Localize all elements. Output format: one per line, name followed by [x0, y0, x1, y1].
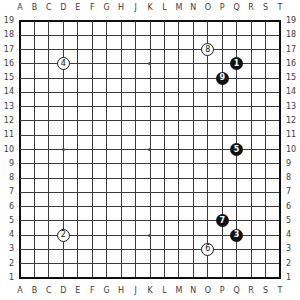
intersection-B8[interactable] — [27, 171, 41, 185]
intersection-L17[interactable] — [157, 42, 171, 56]
intersection-A5[interactable] — [13, 214, 27, 228]
intersection-O1[interactable] — [201, 271, 215, 285]
intersection-A15[interactable] — [13, 71, 27, 85]
intersection-O4[interactable] — [201, 228, 215, 242]
intersection-A9[interactable] — [13, 157, 27, 171]
intersection-K15[interactable] — [143, 71, 157, 85]
intersection-L15[interactable] — [157, 71, 171, 85]
intersection-M13[interactable] — [172, 100, 186, 114]
intersection-N2[interactable] — [186, 257, 200, 271]
intersection-R13[interactable] — [244, 100, 258, 114]
intersection-E18[interactable] — [71, 28, 85, 42]
intersection-O11[interactable] — [201, 128, 215, 142]
intersection-E9[interactable] — [71, 157, 85, 171]
intersection-F2[interactable] — [85, 257, 99, 271]
intersection-G10[interactable] — [99, 142, 113, 156]
intersection-T14[interactable] — [273, 85, 287, 99]
intersection-B17[interactable] — [27, 42, 41, 56]
intersection-E8[interactable] — [71, 171, 85, 185]
intersection-C15[interactable] — [42, 71, 56, 85]
intersection-K10[interactable] — [143, 142, 157, 156]
intersection-J6[interactable] — [128, 200, 142, 214]
intersection-T4[interactable] — [273, 228, 287, 242]
intersection-L16[interactable] — [157, 57, 171, 71]
intersection-C4[interactable] — [42, 228, 56, 242]
intersection-C6[interactable] — [42, 200, 56, 214]
intersection-K16[interactable] — [143, 57, 157, 71]
intersection-M15[interactable] — [172, 71, 186, 85]
intersection-C16[interactable] — [42, 57, 56, 71]
intersection-D3[interactable] — [56, 242, 70, 256]
intersection-N9[interactable] — [186, 157, 200, 171]
intersection-N12[interactable] — [186, 114, 200, 128]
intersection-K12[interactable] — [143, 114, 157, 128]
intersection-G2[interactable] — [99, 257, 113, 271]
intersection-J12[interactable] — [128, 114, 142, 128]
intersection-C5[interactable] — [42, 214, 56, 228]
intersection-G18[interactable] — [99, 28, 113, 42]
intersection-G5[interactable] — [99, 214, 113, 228]
intersection-G9[interactable] — [99, 157, 113, 171]
intersection-B5[interactable] — [27, 214, 41, 228]
intersection-N18[interactable] — [186, 28, 200, 42]
intersection-O6[interactable] — [201, 200, 215, 214]
intersection-E12[interactable] — [71, 114, 85, 128]
intersection-R6[interactable] — [244, 200, 258, 214]
intersection-F5[interactable] — [85, 214, 99, 228]
intersection-H7[interactable] — [114, 185, 128, 199]
intersection-A6[interactable] — [13, 200, 27, 214]
intersection-H15[interactable] — [114, 71, 128, 85]
intersection-E16[interactable] — [71, 57, 85, 71]
intersection-K14[interactable] — [143, 85, 157, 99]
intersection-Q9[interactable] — [229, 157, 243, 171]
intersection-H1[interactable] — [114, 271, 128, 285]
intersection-R15[interactable] — [244, 71, 258, 85]
intersection-K5[interactable] — [143, 214, 157, 228]
intersection-H17[interactable] — [114, 42, 128, 56]
intersection-R9[interactable] — [244, 157, 258, 171]
intersection-D1[interactable] — [56, 271, 70, 285]
intersection-C19[interactable] — [42, 14, 56, 28]
intersection-S5[interactable] — [258, 214, 272, 228]
intersection-J5[interactable] — [128, 214, 142, 228]
intersection-R1[interactable] — [244, 271, 258, 285]
intersection-O17[interactable]: 8 — [201, 42, 215, 56]
intersection-P1[interactable] — [215, 271, 229, 285]
intersection-Q5[interactable] — [229, 214, 243, 228]
intersection-R18[interactable] — [244, 28, 258, 42]
intersection-A1[interactable] — [13, 271, 27, 285]
intersection-G11[interactable] — [99, 128, 113, 142]
intersection-P7[interactable] — [215, 185, 229, 199]
intersection-Q12[interactable] — [229, 114, 243, 128]
intersection-T10[interactable] — [273, 142, 287, 156]
intersection-C7[interactable] — [42, 185, 56, 199]
intersection-M6[interactable] — [172, 200, 186, 214]
intersection-S18[interactable] — [258, 28, 272, 42]
intersection-Q2[interactable] — [229, 257, 243, 271]
intersection-E11[interactable] — [71, 128, 85, 142]
intersection-S17[interactable] — [258, 42, 272, 56]
intersection-E14[interactable] — [71, 85, 85, 99]
intersection-J10[interactable] — [128, 142, 142, 156]
intersection-B3[interactable] — [27, 242, 41, 256]
intersection-K4[interactable] — [143, 228, 157, 242]
intersection-O13[interactable] — [201, 100, 215, 114]
intersection-Q13[interactable] — [229, 100, 243, 114]
intersection-L8[interactable] — [157, 171, 171, 185]
intersection-F18[interactable] — [85, 28, 99, 42]
go-board[interactable]: 841957236 — [13, 14, 287, 285]
black-stone-9-P15[interactable]: 9 — [216, 72, 229, 85]
intersection-O7[interactable] — [201, 185, 215, 199]
intersection-M12[interactable] — [172, 114, 186, 128]
intersection-G6[interactable] — [99, 200, 113, 214]
intersection-Q4[interactable]: 3 — [229, 228, 243, 242]
intersection-T19[interactable] — [273, 14, 287, 28]
intersection-P10[interactable] — [215, 142, 229, 156]
intersection-N3[interactable] — [186, 242, 200, 256]
intersection-O8[interactable] — [201, 171, 215, 185]
intersection-N13[interactable] — [186, 100, 200, 114]
intersection-Q1[interactable] — [229, 271, 243, 285]
intersection-P9[interactable] — [215, 157, 229, 171]
intersection-J15[interactable] — [128, 71, 142, 85]
intersection-P4[interactable] — [215, 228, 229, 242]
intersection-B13[interactable] — [27, 100, 41, 114]
intersection-K8[interactable] — [143, 171, 157, 185]
intersection-M17[interactable] — [172, 42, 186, 56]
intersection-N14[interactable] — [186, 85, 200, 99]
white-stone-4-D16[interactable]: 4 — [57, 57, 70, 70]
intersection-D9[interactable] — [56, 157, 70, 171]
intersection-L10[interactable] — [157, 142, 171, 156]
intersection-M10[interactable] — [172, 142, 186, 156]
intersection-B14[interactable] — [27, 85, 41, 99]
intersection-R8[interactable] — [244, 171, 258, 185]
intersection-R17[interactable] — [244, 42, 258, 56]
intersection-C1[interactable] — [42, 271, 56, 285]
intersection-H14[interactable] — [114, 85, 128, 99]
intersection-Q7[interactable] — [229, 185, 243, 199]
intersection-J14[interactable] — [128, 85, 142, 99]
intersection-F9[interactable] — [85, 157, 99, 171]
intersection-N10[interactable] — [186, 142, 200, 156]
intersection-M11[interactable] — [172, 128, 186, 142]
intersection-P19[interactable] — [215, 14, 229, 28]
intersection-K3[interactable] — [143, 242, 157, 256]
intersection-E4[interactable] — [71, 228, 85, 242]
intersection-P6[interactable] — [215, 200, 229, 214]
intersection-C3[interactable] — [42, 242, 56, 256]
intersection-E13[interactable] — [71, 100, 85, 114]
intersection-T16[interactable] — [273, 57, 287, 71]
intersection-H19[interactable] — [114, 14, 128, 28]
intersection-T15[interactable] — [273, 71, 287, 85]
black-stone-7-P5[interactable]: 7 — [216, 214, 229, 227]
intersection-Q11[interactable] — [229, 128, 243, 142]
intersection-Q3[interactable] — [229, 242, 243, 256]
intersection-C18[interactable] — [42, 28, 56, 42]
intersection-A2[interactable] — [13, 257, 27, 271]
intersection-L3[interactable] — [157, 242, 171, 256]
black-stone-5-Q10[interactable]: 5 — [230, 143, 243, 156]
intersection-M14[interactable] — [172, 85, 186, 99]
intersection-P3[interactable] — [215, 242, 229, 256]
intersection-G7[interactable] — [99, 185, 113, 199]
intersection-Q19[interactable] — [229, 14, 243, 28]
intersection-C10[interactable] — [42, 142, 56, 156]
intersection-S6[interactable] — [258, 200, 272, 214]
intersection-R7[interactable] — [244, 185, 258, 199]
intersection-B18[interactable] — [27, 28, 41, 42]
intersection-M18[interactable] — [172, 28, 186, 42]
intersection-H18[interactable] — [114, 28, 128, 42]
intersection-G13[interactable] — [99, 100, 113, 114]
intersection-B6[interactable] — [27, 200, 41, 214]
intersection-H3[interactable] — [114, 242, 128, 256]
intersection-R11[interactable] — [244, 128, 258, 142]
intersection-N7[interactable] — [186, 185, 200, 199]
intersection-C2[interactable] — [42, 257, 56, 271]
intersection-D5[interactable] — [56, 214, 70, 228]
intersection-E10[interactable] — [71, 142, 85, 156]
intersection-R19[interactable] — [244, 14, 258, 28]
intersection-F8[interactable] — [85, 171, 99, 185]
intersection-P15[interactable]: 9 — [215, 71, 229, 85]
intersection-N16[interactable] — [186, 57, 200, 71]
intersection-L14[interactable] — [157, 85, 171, 99]
intersection-S15[interactable] — [258, 71, 272, 85]
intersection-F15[interactable] — [85, 71, 99, 85]
intersection-L1[interactable] — [157, 271, 171, 285]
intersection-T6[interactable] — [273, 200, 287, 214]
intersection-H11[interactable] — [114, 128, 128, 142]
white-stone-8-O17[interactable]: 8 — [201, 43, 214, 56]
intersection-J16[interactable] — [128, 57, 142, 71]
intersection-Q6[interactable] — [229, 200, 243, 214]
intersection-R3[interactable] — [244, 242, 258, 256]
intersection-M3[interactable] — [172, 242, 186, 256]
intersection-F4[interactable] — [85, 228, 99, 242]
intersection-F7[interactable] — [85, 185, 99, 199]
intersection-J2[interactable] — [128, 257, 142, 271]
intersection-A19[interactable] — [13, 14, 27, 28]
intersection-R14[interactable] — [244, 85, 258, 99]
intersection-Q17[interactable] — [229, 42, 243, 56]
intersection-Q15[interactable] — [229, 71, 243, 85]
intersection-L12[interactable] — [157, 114, 171, 128]
intersection-B1[interactable] — [27, 271, 41, 285]
intersection-M2[interactable] — [172, 257, 186, 271]
intersection-T18[interactable] — [273, 28, 287, 42]
intersection-B11[interactable] — [27, 128, 41, 142]
intersection-A7[interactable] — [13, 185, 27, 199]
intersection-G15[interactable] — [99, 71, 113, 85]
intersection-A17[interactable] — [13, 42, 27, 56]
intersection-K17[interactable] — [143, 42, 157, 56]
intersection-D13[interactable] — [56, 100, 70, 114]
intersection-G19[interactable] — [99, 14, 113, 28]
intersection-E6[interactable] — [71, 200, 85, 214]
black-stone-1-Q16[interactable]: 1 — [230, 57, 243, 70]
intersection-G12[interactable] — [99, 114, 113, 128]
intersection-R12[interactable] — [244, 114, 258, 128]
intersection-N15[interactable] — [186, 71, 200, 85]
intersection-K6[interactable] — [143, 200, 157, 214]
intersection-F14[interactable] — [85, 85, 99, 99]
intersection-J1[interactable] — [128, 271, 142, 285]
intersection-S14[interactable] — [258, 85, 272, 99]
intersection-N17[interactable] — [186, 42, 200, 56]
intersection-P2[interactable] — [215, 257, 229, 271]
intersection-L6[interactable] — [157, 200, 171, 214]
intersection-D15[interactable] — [56, 71, 70, 85]
intersection-B2[interactable] — [27, 257, 41, 271]
intersection-D18[interactable] — [56, 28, 70, 42]
intersection-E7[interactable] — [71, 185, 85, 199]
intersection-M1[interactable] — [172, 271, 186, 285]
intersection-C14[interactable] — [42, 85, 56, 99]
intersection-P12[interactable] — [215, 114, 229, 128]
intersection-H6[interactable] — [114, 200, 128, 214]
intersection-D4[interactable]: 2 — [56, 228, 70, 242]
intersection-T9[interactable] — [273, 157, 287, 171]
intersection-T7[interactable] — [273, 185, 287, 199]
intersection-M8[interactable] — [172, 171, 186, 185]
intersection-Q14[interactable] — [229, 85, 243, 99]
intersection-R2[interactable] — [244, 257, 258, 271]
intersection-T8[interactable] — [273, 171, 287, 185]
intersection-J18[interactable] — [128, 28, 142, 42]
intersection-H5[interactable] — [114, 214, 128, 228]
intersection-O12[interactable] — [201, 114, 215, 128]
intersection-J19[interactable] — [128, 14, 142, 28]
intersection-P8[interactable] — [215, 171, 229, 185]
intersection-P18[interactable] — [215, 28, 229, 42]
intersection-G17[interactable] — [99, 42, 113, 56]
intersection-L18[interactable] — [157, 28, 171, 42]
intersection-D2[interactable] — [56, 257, 70, 271]
intersection-S2[interactable] — [258, 257, 272, 271]
intersection-M5[interactable] — [172, 214, 186, 228]
intersection-T13[interactable] — [273, 100, 287, 114]
intersection-T2[interactable] — [273, 257, 287, 271]
intersection-T3[interactable] — [273, 242, 287, 256]
intersection-J7[interactable] — [128, 185, 142, 199]
intersection-O9[interactable] — [201, 157, 215, 171]
intersection-O18[interactable] — [201, 28, 215, 42]
intersection-E17[interactable] — [71, 42, 85, 56]
intersection-H8[interactable] — [114, 171, 128, 185]
intersection-A11[interactable] — [13, 128, 27, 142]
intersection-A16[interactable] — [13, 57, 27, 71]
intersection-N4[interactable] — [186, 228, 200, 242]
intersection-G14[interactable] — [99, 85, 113, 99]
intersection-L2[interactable] — [157, 257, 171, 271]
intersection-N6[interactable] — [186, 200, 200, 214]
intersection-S12[interactable] — [258, 114, 272, 128]
intersection-F17[interactable] — [85, 42, 99, 56]
intersection-K11[interactable] — [143, 128, 157, 142]
intersection-K13[interactable] — [143, 100, 157, 114]
intersection-A3[interactable] — [13, 242, 27, 256]
intersection-D11[interactable] — [56, 128, 70, 142]
intersection-M4[interactable] — [172, 228, 186, 242]
intersection-P11[interactable] — [215, 128, 229, 142]
intersection-B7[interactable] — [27, 185, 41, 199]
intersection-F6[interactable] — [85, 200, 99, 214]
intersection-B12[interactable] — [27, 114, 41, 128]
intersection-D17[interactable] — [56, 42, 70, 56]
intersection-O14[interactable] — [201, 85, 215, 99]
intersection-G8[interactable] — [99, 171, 113, 185]
intersection-E2[interactable] — [71, 257, 85, 271]
intersection-Q16[interactable]: 1 — [229, 57, 243, 71]
intersection-S9[interactable] — [258, 157, 272, 171]
intersection-N1[interactable] — [186, 271, 200, 285]
intersection-N5[interactable] — [186, 214, 200, 228]
intersection-O2[interactable] — [201, 257, 215, 271]
intersection-K2[interactable] — [143, 257, 157, 271]
intersection-H12[interactable] — [114, 114, 128, 128]
intersection-F13[interactable] — [85, 100, 99, 114]
intersection-D19[interactable] — [56, 14, 70, 28]
intersection-F11[interactable] — [85, 128, 99, 142]
intersection-B16[interactable] — [27, 57, 41, 71]
intersection-A13[interactable] — [13, 100, 27, 114]
intersection-E3[interactable] — [71, 242, 85, 256]
intersection-A10[interactable] — [13, 142, 27, 156]
intersection-S16[interactable] — [258, 57, 272, 71]
intersection-A18[interactable] — [13, 28, 27, 42]
white-stone-6-O3[interactable]: 6 — [201, 243, 214, 256]
intersection-P14[interactable] — [215, 85, 229, 99]
intersection-J4[interactable] — [128, 228, 142, 242]
intersection-D6[interactable] — [56, 200, 70, 214]
intersection-S1[interactable] — [258, 271, 272, 285]
intersection-J17[interactable] — [128, 42, 142, 56]
intersection-S4[interactable] — [258, 228, 272, 242]
intersection-O3[interactable]: 6 — [201, 242, 215, 256]
intersection-B15[interactable] — [27, 71, 41, 85]
intersection-D12[interactable] — [56, 114, 70, 128]
intersection-A14[interactable] — [13, 85, 27, 99]
intersection-S7[interactable] — [258, 185, 272, 199]
intersection-S13[interactable] — [258, 100, 272, 114]
intersection-O5[interactable] — [201, 214, 215, 228]
intersection-B4[interactable] — [27, 228, 41, 242]
intersection-D14[interactable] — [56, 85, 70, 99]
intersection-A12[interactable] — [13, 114, 27, 128]
intersection-B9[interactable] — [27, 157, 41, 171]
intersection-G4[interactable] — [99, 228, 113, 242]
intersection-O19[interactable] — [201, 14, 215, 28]
intersection-S10[interactable] — [258, 142, 272, 156]
intersection-L19[interactable] — [157, 14, 171, 28]
intersection-L9[interactable] — [157, 157, 171, 171]
intersection-R4[interactable] — [244, 228, 258, 242]
white-stone-2-D4[interactable]: 2 — [57, 229, 70, 242]
intersection-C9[interactable] — [42, 157, 56, 171]
intersection-R10[interactable] — [244, 142, 258, 156]
intersection-P16[interactable] — [215, 57, 229, 71]
intersection-E5[interactable] — [71, 214, 85, 228]
intersection-E15[interactable] — [71, 71, 85, 85]
intersection-H9[interactable] — [114, 157, 128, 171]
black-stone-3-Q4[interactable]: 3 — [230, 229, 243, 242]
